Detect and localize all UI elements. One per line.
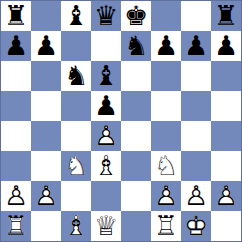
square-c7[interactable] <box>61 31 91 61</box>
square-g7[interactable]: ♟ <box>181 31 211 61</box>
square-d2[interactable] <box>91 181 121 211</box>
black-knight-icon: ♞ <box>61 61 91 91</box>
black-bishop-icon: ♝ <box>91 61 121 91</box>
square-b6[interactable] <box>31 61 61 91</box>
white-bishop-icon: ♝♗ <box>91 151 121 181</box>
square-c3[interactable]: ♞♘ <box>61 151 91 181</box>
black-queen-icon: ♛ <box>91 1 121 31</box>
square-d7[interactable] <box>91 31 121 61</box>
black-pawn-icon: ♟ <box>91 91 121 121</box>
square-f7[interactable]: ♟ <box>151 31 181 61</box>
white-queen-icon: ♛♕ <box>91 211 121 241</box>
square-a6[interactable] <box>1 61 31 91</box>
square-b8[interactable] <box>31 1 61 31</box>
white-pawn-icon: ♟♙ <box>211 181 241 211</box>
square-d6[interactable]: ♝ <box>91 61 121 91</box>
square-d4[interactable]: ♟♙ <box>91 121 121 151</box>
square-e3[interactable] <box>121 151 151 181</box>
square-d1[interactable]: ♛♕ <box>91 211 121 241</box>
square-h4[interactable] <box>211 121 241 151</box>
square-d3[interactable]: ♝♗ <box>91 151 121 181</box>
square-b2[interactable]: ♟♙ <box>31 181 61 211</box>
square-h7[interactable]: ♟ <box>211 31 241 61</box>
square-h2[interactable]: ♟♙ <box>211 181 241 211</box>
square-g6[interactable] <box>181 61 211 91</box>
square-a7[interactable]: ♟ <box>1 31 31 61</box>
black-pawn-icon: ♟ <box>211 31 241 61</box>
square-b4[interactable] <box>31 121 61 151</box>
square-e4[interactable] <box>121 121 151 151</box>
square-a5[interactable] <box>1 91 31 121</box>
white-pawn-icon: ♟♙ <box>181 181 211 211</box>
square-d5[interactable]: ♟ <box>91 91 121 121</box>
square-b1[interactable] <box>31 211 61 241</box>
square-c1[interactable]: ♝♗ <box>61 211 91 241</box>
black-pawn-icon: ♟ <box>151 31 181 61</box>
square-f3[interactable]: ♞♘ <box>151 151 181 181</box>
square-h8[interactable]: ♜ <box>211 1 241 31</box>
square-h3[interactable] <box>211 151 241 181</box>
square-a3[interactable] <box>1 151 31 181</box>
black-bishop-icon: ♝ <box>61 1 91 31</box>
white-king-icon: ♚♔ <box>181 211 211 241</box>
square-c4[interactable] <box>61 121 91 151</box>
square-a8[interactable]: ♜ <box>1 1 31 31</box>
square-f1[interactable]: ♜♖ <box>151 211 181 241</box>
white-knight-icon: ♞♘ <box>61 151 91 181</box>
white-pawn-icon: ♟♙ <box>1 181 31 211</box>
square-c2[interactable] <box>61 181 91 211</box>
black-king-icon: ♚ <box>121 1 151 31</box>
black-pawn-icon: ♟ <box>1 31 31 61</box>
square-a2[interactable]: ♟♙ <box>1 181 31 211</box>
square-f6[interactable] <box>151 61 181 91</box>
square-e6[interactable] <box>121 61 151 91</box>
white-bishop-icon: ♝♗ <box>61 211 91 241</box>
white-pawn-icon: ♟♙ <box>91 121 121 151</box>
square-g8[interactable] <box>181 1 211 31</box>
square-f5[interactable] <box>151 91 181 121</box>
square-f2[interactable]: ♟♙ <box>151 181 181 211</box>
square-e8[interactable]: ♚ <box>121 1 151 31</box>
black-rook-icon: ♜ <box>211 1 241 31</box>
square-c5[interactable] <box>61 91 91 121</box>
square-h1[interactable] <box>211 211 241 241</box>
white-rook-icon: ♜♖ <box>151 211 181 241</box>
square-g5[interactable] <box>181 91 211 121</box>
square-b7[interactable]: ♟ <box>31 31 61 61</box>
square-b5[interactable] <box>31 91 61 121</box>
square-g2[interactable]: ♟♙ <box>181 181 211 211</box>
square-c6[interactable]: ♞ <box>61 61 91 91</box>
white-pawn-icon: ♟♙ <box>151 181 181 211</box>
square-c8[interactable]: ♝ <box>61 1 91 31</box>
square-e1[interactable] <box>121 211 151 241</box>
black-pawn-icon: ♟ <box>181 31 211 61</box>
square-h6[interactable] <box>211 61 241 91</box>
black-rook-icon: ♜ <box>1 1 31 31</box>
square-g4[interactable] <box>181 121 211 151</box>
square-f8[interactable] <box>151 1 181 31</box>
white-knight-icon: ♞♘ <box>151 151 181 181</box>
square-d8[interactable]: ♛ <box>91 1 121 31</box>
black-pawn-icon: ♟ <box>31 31 61 61</box>
square-e5[interactable] <box>121 91 151 121</box>
white-pawn-icon: ♟♙ <box>31 181 61 211</box>
square-g1[interactable]: ♚♔ <box>181 211 211 241</box>
square-e7[interactable]: ♞ <box>121 31 151 61</box>
square-e2[interactable] <box>121 181 151 211</box>
square-a1[interactable]: ♜♖ <box>1 211 31 241</box>
square-b3[interactable] <box>31 151 61 181</box>
square-h5[interactable] <box>211 91 241 121</box>
black-knight-icon: ♞ <box>121 31 151 61</box>
square-g3[interactable] <box>181 151 211 181</box>
square-f4[interactable] <box>151 121 181 151</box>
square-a4[interactable] <box>1 121 31 151</box>
chess-board: ♜♝♛♚♜♟♟♞♟♟♟♞♝♟♟♙♞♘♝♗♞♘♟♙♟♙♟♙♟♙♟♙♜♖♝♗♛♕♜♖… <box>0 0 242 242</box>
white-rook-icon: ♜♖ <box>1 211 31 241</box>
